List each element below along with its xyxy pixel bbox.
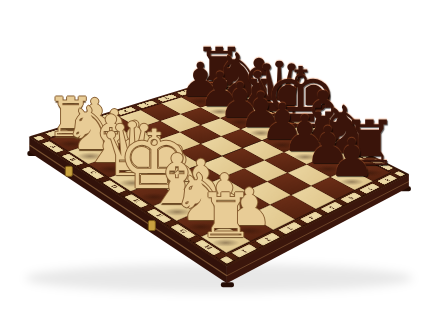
coord-rank-8-left-label: 8 [202,85,209,88]
corner-plaque-2 [33,135,45,140]
coord-rank-3-left-label: 3 [100,116,107,119]
corner-plaque-1 [394,171,405,176]
coord-file-f-front-label: F [154,213,163,218]
coord-rank-2-left-label: 2 [77,123,84,127]
coord-file-b-front-label: B [68,158,77,162]
coord-rank-8-right-label: 8 [383,178,391,182]
coord-file-c-front-label: C [88,171,98,175]
coord-rank-5-right-label: 5 [327,205,335,210]
coord-file-a-front-label: A [48,145,57,149]
coord-file-f-back-label: F [332,140,339,143]
coord-rank-4-right-label: 4 [307,215,316,220]
coord-rank-7-left-label: 7 [183,90,190,93]
coord-file-g-front-label: G [178,228,188,234]
coord-rank-2-right-label: 2 [263,237,272,242]
coord-rank-5-left-label: 5 [143,103,150,106]
chess-set-photo: AABBCCDDEEFFGGHH1122334455667788 ♜♟♞♟♝♟♛… [0,0,423,318]
brass-clasp-1 [65,166,72,176]
corner-plaque-3 [220,256,233,264]
brass-clasp-2 [148,221,155,231]
foot-near [221,282,234,287]
coord-file-e-back-label: E [310,128,318,131]
coord-rank-6-left-label: 6 [164,96,171,99]
corner-plaque-0 [214,80,224,84]
coord-file-h-front-label: H [203,244,214,250]
coord-rank-3-right-label: 3 [286,226,295,231]
coord-file-d-front-label: D [109,184,119,189]
coord-rank-1-left-label: 1 [53,130,60,134]
coord-rank-7-right-label: 7 [365,186,373,190]
coord-rank-4-left-label: 4 [122,109,129,112]
coord-file-e-front-label: E [131,199,141,204]
coord-file-b-back-label: B [248,97,255,100]
coord-rank-6-right-label: 6 [347,196,355,200]
coord-rank-1-right-label: 1 [240,248,249,253]
